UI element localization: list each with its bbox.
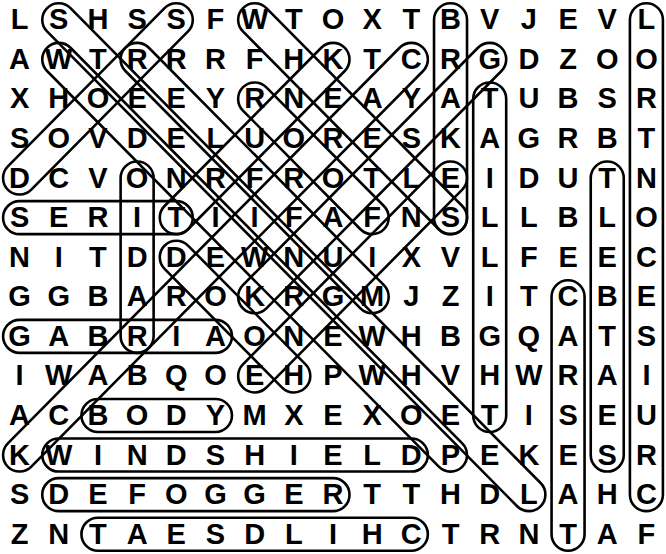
- grid-cell-r6c2[interactable]: E: [39, 198, 78, 238]
- grid-cell-r7c6[interactable]: E: [196, 237, 235, 277]
- grid-cell-r11c16[interactable]: E: [588, 396, 627, 436]
- grid-cell-r14c15[interactable]: T: [548, 514, 587, 554]
- grid-cell-r7c8[interactable]: N: [274, 237, 313, 277]
- grid-cell-r1c14[interactable]: J: [509, 0, 548, 40]
- grid-cell-r11c13[interactable]: T: [470, 396, 509, 436]
- grid-cell-r4c13[interactable]: A: [470, 119, 509, 159]
- grid-cell-r1c11[interactable]: T: [392, 0, 431, 40]
- grid-cell-r5c3[interactable]: V: [78, 158, 117, 198]
- grid-cell-r9c7[interactable]: O: [235, 317, 274, 357]
- grid-cell-r5c16[interactable]: T: [588, 158, 627, 198]
- grid-cell-r2c11[interactable]: C: [392, 40, 431, 80]
- grid-cell-r4c9[interactable]: R: [313, 119, 352, 159]
- grid-cell-r6c7[interactable]: I: [235, 198, 274, 238]
- grid-cell-r4c14[interactable]: G: [509, 119, 548, 159]
- grid-cell-r1c17[interactable]: L: [627, 0, 666, 40]
- grid-cell-r9c1[interactable]: G: [0, 317, 39, 357]
- grid-cell-r9c11[interactable]: H: [392, 317, 431, 357]
- grid-cell-r14c3[interactable]: T: [78, 514, 117, 554]
- grid-cell-r4c15[interactable]: R: [548, 119, 587, 159]
- grid-cell-r6c10[interactable]: F: [353, 198, 392, 238]
- grid-cell-r11c4[interactable]: O: [118, 396, 157, 436]
- grid-cell-r3c17[interactable]: R: [627, 79, 666, 119]
- grid-cell-r4c16[interactable]: B: [588, 119, 627, 159]
- grid-cell-r7c10[interactable]: I: [353, 237, 392, 277]
- grid-cell-r8c15[interactable]: C: [548, 277, 587, 317]
- grid-cell-r13c8[interactable]: E: [274, 475, 313, 515]
- grid-cell-r11c11[interactable]: O: [392, 396, 431, 436]
- grid-cell-r11c15[interactable]: S: [548, 396, 587, 436]
- grid-cell-r6c6[interactable]: I: [196, 198, 235, 238]
- grid-cell-r14c13[interactable]: R: [470, 514, 509, 554]
- grid-cell-r10c14[interactable]: W: [509, 356, 548, 396]
- grid-cell-r4c11[interactable]: S: [392, 119, 431, 159]
- grid-cell-r7c13[interactable]: L: [470, 237, 509, 277]
- grid-cell-r14c12[interactable]: T: [431, 514, 470, 554]
- grid-cell-r5c7[interactable]: F: [235, 158, 274, 198]
- grid-cell-r3c7[interactable]: R: [235, 79, 274, 119]
- grid-cell-r11c10[interactable]: X: [353, 396, 392, 436]
- grid-cell-r10c3[interactable]: A: [78, 356, 117, 396]
- grid-cell-r5c9[interactable]: O: [313, 158, 352, 198]
- grid-cell-r3c11[interactable]: Y: [392, 79, 431, 119]
- grid-cell-r5c8[interactable]: R: [274, 158, 313, 198]
- grid-cell-r12c5[interactable]: D: [157, 435, 196, 475]
- grid-cell-r13c11[interactable]: T: [392, 475, 431, 515]
- grid-cell-r1c12[interactable]: B: [431, 0, 470, 40]
- grid-cell-r14c14[interactable]: N: [509, 514, 548, 554]
- grid-cell-r7c3[interactable]: T: [78, 237, 117, 277]
- grid-cell-r10c13[interactable]: H: [470, 356, 509, 396]
- grid-cell-r5c15[interactable]: U: [548, 158, 587, 198]
- grid-cell-r5c4[interactable]: O: [118, 158, 157, 198]
- grid-cell-r10c6[interactable]: O: [196, 356, 235, 396]
- grid-cell-r12c11[interactable]: D: [392, 435, 431, 475]
- grid-cell-r1c2[interactable]: S: [39, 0, 78, 40]
- grid-cell-r1c15[interactable]: E: [548, 0, 587, 40]
- grid-cell-r13c3[interactable]: E: [78, 475, 117, 515]
- grid-cell-r10c2[interactable]: W: [39, 356, 78, 396]
- grid-cell-r14c7[interactable]: D: [235, 514, 274, 554]
- grid-cell-r13c5[interactable]: O: [157, 475, 196, 515]
- grid-cell-r5c11[interactable]: L: [392, 158, 431, 198]
- grid-cell-r8c13[interactable]: I: [470, 277, 509, 317]
- grid-cell-r13c16[interactable]: H: [588, 475, 627, 515]
- grid-cell-r2c15[interactable]: Z: [548, 40, 587, 80]
- grid-cell-r2c17[interactable]: O: [627, 40, 666, 80]
- grid-cell-r5c14[interactable]: D: [509, 158, 548, 198]
- grid-cell-r11c12[interactable]: E: [431, 396, 470, 436]
- grid-cell-r10c1[interactable]: I: [0, 356, 39, 396]
- grid-cell-r3c1[interactable]: X: [0, 79, 39, 119]
- grid-cell-r6c4[interactable]: I: [118, 198, 157, 238]
- grid-cell-r5c12[interactable]: E: [431, 158, 470, 198]
- grid-cell-r10c12[interactable]: V: [431, 356, 470, 396]
- grid-cell-r2c6[interactable]: R: [196, 40, 235, 80]
- grid-cell-r13c17[interactable]: C: [627, 475, 666, 515]
- grid-cell-r9c3[interactable]: B: [78, 317, 117, 357]
- grid-cell-r4c2[interactable]: O: [39, 119, 78, 159]
- grid-cell-r3c2[interactable]: H: [39, 79, 78, 119]
- grid-cell-r11c3[interactable]: B: [78, 396, 117, 436]
- grid-cell-r7c17[interactable]: C: [627, 237, 666, 277]
- grid-cell-r7c2[interactable]: I: [39, 237, 78, 277]
- grid-cell-r11c5[interactable]: D: [157, 396, 196, 436]
- grid-cell-r5c13[interactable]: I: [470, 158, 509, 198]
- grid-cell-r5c1[interactable]: D: [0, 158, 39, 198]
- grid-cell-r8c2[interactable]: G: [39, 277, 78, 317]
- grid-cell-r14c8[interactable]: L: [274, 514, 313, 554]
- grid-cell-r4c1[interactable]: S: [0, 119, 39, 159]
- grid-cell-r14c1[interactable]: Z: [0, 514, 39, 554]
- grid-cell-r14c2[interactable]: N: [39, 514, 78, 554]
- grid-cell-r12c6[interactable]: S: [196, 435, 235, 475]
- grid-cell-r6c9[interactable]: A: [313, 198, 352, 238]
- grid-cell-r14c17[interactable]: F: [627, 514, 666, 554]
- grid-cell-r6c17[interactable]: O: [627, 198, 666, 238]
- grid-cell-r3c3[interactable]: O: [78, 79, 117, 119]
- grid-cell-r2c8[interactable]: H: [274, 40, 313, 80]
- grid-cell-r6c13[interactable]: L: [470, 198, 509, 238]
- grid-cell-r3c9[interactable]: E: [313, 79, 352, 119]
- grid-cell-r4c8[interactable]: O: [274, 119, 313, 159]
- grid-cell-r7c4[interactable]: D: [118, 237, 157, 277]
- grid-cell-r7c15[interactable]: E: [548, 237, 587, 277]
- grid-cell-r13c6[interactable]: G: [196, 475, 235, 515]
- grid-cell-r9c17[interactable]: S: [627, 317, 666, 357]
- grid-cell-r12c15[interactable]: E: [548, 435, 587, 475]
- grid-cell-r4c7[interactable]: U: [235, 119, 274, 159]
- grid-cell-r5c6[interactable]: R: [196, 158, 235, 198]
- grid-cell-r7c9[interactable]: U: [313, 237, 352, 277]
- grid-cell-r7c12[interactable]: V: [431, 237, 470, 277]
- grid-cell-r9c9[interactable]: E: [313, 317, 352, 357]
- grid-cell-r8c5[interactable]: R: [157, 277, 196, 317]
- grid-cell-r1c10[interactable]: X: [353, 0, 392, 40]
- grid-cell-r9c5[interactable]: I: [157, 317, 196, 357]
- grid-cell-r11c2[interactable]: C: [39, 396, 78, 436]
- word-search-board: LSHSSFWTOXTBVJEVLAWTRRRFHKTCRGDZOOXHOEEY…: [0, 0, 666, 554]
- grid-cell-r4c3[interactable]: V: [78, 119, 117, 159]
- grid-cell-r6c15[interactable]: B: [548, 198, 587, 238]
- grid-cell-r13c12[interactable]: H: [431, 475, 470, 515]
- grid-cell-r12c9[interactable]: E: [313, 435, 352, 475]
- grid-cell-r13c1[interactable]: S: [0, 475, 39, 515]
- grid-cell-r12c16[interactable]: S: [588, 435, 627, 475]
- grid-cell-r2c14[interactable]: D: [509, 40, 548, 80]
- grid-cell-r4c6[interactable]: L: [196, 119, 235, 159]
- grid-cell-r3c13[interactable]: T: [470, 79, 509, 119]
- grid-cell-r10c4[interactable]: B: [118, 356, 157, 396]
- grid-cell-r7c5[interactable]: D: [157, 237, 196, 277]
- grid-cell-r5c17[interactable]: N: [627, 158, 666, 198]
- grid-cell-r3c15[interactable]: B: [548, 79, 587, 119]
- grid-cell-r1c9[interactable]: O: [313, 0, 352, 40]
- grid-cell-r10c7[interactable]: E: [235, 356, 274, 396]
- grid-cell-r2c1[interactable]: A: [0, 40, 39, 80]
- grid-cell-r1c16[interactable]: V: [588, 0, 627, 40]
- grid-cell-r14c10[interactable]: H: [353, 514, 392, 554]
- grid-cell-r12c2[interactable]: W: [39, 435, 78, 475]
- grid-cell-r3c8[interactable]: N: [274, 79, 313, 119]
- grid-cell-r8c1[interactable]: G: [0, 277, 39, 317]
- grid-cell-r9c2[interactable]: A: [39, 317, 78, 357]
- grid-cell-r10c8[interactable]: H: [274, 356, 313, 396]
- grid-cell-r6c5[interactable]: T: [157, 198, 196, 238]
- grid-cell-r8c16[interactable]: B: [588, 277, 627, 317]
- grid-cell-r1c7[interactable]: W: [235, 0, 274, 40]
- grid-cell-r8c8[interactable]: R: [274, 277, 313, 317]
- grid-cell-r4c12[interactable]: K: [431, 119, 470, 159]
- grid-cell-r13c7[interactable]: G: [235, 475, 274, 515]
- grid-cell-r12c12[interactable]: P: [431, 435, 470, 475]
- grid-cell-r2c9[interactable]: K: [313, 40, 352, 80]
- grid-cell-r11c7[interactable]: M: [235, 396, 274, 436]
- grid-cell-r8c17[interactable]: E: [627, 277, 666, 317]
- grid-cell-r6c11[interactable]: N: [392, 198, 431, 238]
- grid-cell-r11c9[interactable]: E: [313, 396, 352, 436]
- grid-cell-r4c4[interactable]: D: [118, 119, 157, 159]
- grid-cell-r1c6[interactable]: F: [196, 0, 235, 40]
- grid-cell-r9c15[interactable]: A: [548, 317, 587, 357]
- grid-cell-r11c8[interactable]: X: [274, 396, 313, 436]
- grid-cell-r4c10[interactable]: E: [353, 119, 392, 159]
- grid-cell-r10c16[interactable]: A: [588, 356, 627, 396]
- grid-cell-r6c14[interactable]: L: [509, 198, 548, 238]
- grid-cell-r1c8[interactable]: T: [274, 0, 313, 40]
- word-search-puzzle: LSHSSFWTOXTBVJEVLAWTRRRFHKTCRGDZOOXHOEEY…: [0, 0, 666, 554]
- grid-cell-r13c10[interactable]: T: [353, 475, 392, 515]
- grid-cell-r14c6[interactable]: S: [196, 514, 235, 554]
- grid-cell-r1c3[interactable]: H: [78, 0, 117, 40]
- grid-cell-r11c6[interactable]: Y: [196, 396, 235, 436]
- grid-cell-r2c10[interactable]: T: [353, 40, 392, 80]
- grid-cell-r14c5[interactable]: E: [157, 514, 196, 554]
- grid-cell-r2c4[interactable]: R: [118, 40, 157, 80]
- grid-cell-r14c4[interactable]: A: [118, 514, 157, 554]
- grid-cell-r12c1[interactable]: K: [0, 435, 39, 475]
- grid-cell-r9c14[interactable]: Q: [509, 317, 548, 357]
- grid-cell-r13c13[interactable]: D: [470, 475, 509, 515]
- grid-cell-r2c5[interactable]: R: [157, 40, 196, 80]
- grid-cell-r10c17[interactable]: I: [627, 356, 666, 396]
- grid-cell-r9c10[interactable]: W: [353, 317, 392, 357]
- grid-cell-r6c12[interactable]: S: [431, 198, 470, 238]
- grid-cell-r8c14[interactable]: T: [509, 277, 548, 317]
- grid-cell-r12c13[interactable]: E: [470, 435, 509, 475]
- grid-cell-r3c5[interactable]: E: [157, 79, 196, 119]
- grid-cell-r8c3[interactable]: B: [78, 277, 117, 317]
- grid-cell-r1c5[interactable]: S: [157, 0, 196, 40]
- grid-cell-r10c11[interactable]: H: [392, 356, 431, 396]
- grid-cell-r9c4[interactable]: R: [118, 317, 157, 357]
- grid-cell-r8c12[interactable]: Z: [431, 277, 470, 317]
- grid-cell-r14c16[interactable]: A: [588, 514, 627, 554]
- grid-cell-r3c12[interactable]: A: [431, 79, 470, 119]
- grid-cell-r9c13[interactable]: G: [470, 317, 509, 357]
- grid-cell-r6c1[interactable]: S: [0, 198, 39, 238]
- grid-cell-r11c14[interactable]: I: [509, 396, 548, 436]
- grid-cell-r10c5[interactable]: Q: [157, 356, 196, 396]
- grid-cell-r9c16[interactable]: T: [588, 317, 627, 357]
- grid-cell-r6c8[interactable]: F: [274, 198, 313, 238]
- grid-cell-r5c2[interactable]: C: [39, 158, 78, 198]
- grid-cell-r12c10[interactable]: L: [353, 435, 392, 475]
- grid-cell-r5c5[interactable]: N: [157, 158, 196, 198]
- grid-cell-r7c16[interactable]: E: [588, 237, 627, 277]
- grid-cell-r10c15[interactable]: R: [548, 356, 587, 396]
- grid-cell-r11c17[interactable]: U: [627, 396, 666, 436]
- grid-cell-r9c8[interactable]: N: [274, 317, 313, 357]
- grid-cell-r3c4[interactable]: E: [118, 79, 157, 119]
- grid-cell-r2c13[interactable]: G: [470, 40, 509, 80]
- grid-cell-r2c12[interactable]: R: [431, 40, 470, 80]
- grid-cell-r8c11[interactable]: J: [392, 277, 431, 317]
- grid-cell-r3c10[interactable]: A: [353, 79, 392, 119]
- grid-cell-r14c11[interactable]: C: [392, 514, 431, 554]
- grid-cell-r12c7[interactable]: H: [235, 435, 274, 475]
- grid-cell-r9c6[interactable]: A: [196, 317, 235, 357]
- grid-cell-r2c7[interactable]: F: [235, 40, 274, 80]
- grid-cell-r4c17[interactable]: T: [627, 119, 666, 159]
- grid-cell-r12c17[interactable]: R: [627, 435, 666, 475]
- grid-cell-r13c2[interactable]: D: [39, 475, 78, 515]
- grid-cell-r3c14[interactable]: U: [509, 79, 548, 119]
- grid-cell-r2c2[interactable]: W: [39, 40, 78, 80]
- grid-cell-r12c3[interactable]: I: [78, 435, 117, 475]
- grid-cell-r3c16[interactable]: S: [588, 79, 627, 119]
- grid-cell-r8c4[interactable]: A: [118, 277, 157, 317]
- grid-cell-r13c9[interactable]: R: [313, 475, 352, 515]
- grid-cell-r7c11[interactable]: X: [392, 237, 431, 277]
- grid-cell-r12c4[interactable]: N: [118, 435, 157, 475]
- grid-cell-r1c1[interactable]: L: [0, 0, 39, 40]
- grid-cell-r9c12[interactable]: B: [431, 317, 470, 357]
- grid-cell-r11c1[interactable]: A: [0, 396, 39, 436]
- grid-cell-r8c6[interactable]: O: [196, 277, 235, 317]
- grid-cell-r1c13[interactable]: V: [470, 0, 509, 40]
- grid-cell-r12c14[interactable]: K: [509, 435, 548, 475]
- grid-cell-r8c9[interactable]: G: [313, 277, 352, 317]
- grid-cell-r2c3[interactable]: T: [78, 40, 117, 80]
- grid-cell-r10c9[interactable]: P: [313, 356, 352, 396]
- grid-cell-r13c14[interactable]: L: [509, 475, 548, 515]
- grid-cell-r5c10[interactable]: T: [353, 158, 392, 198]
- grid-cell-r2c16[interactable]: O: [588, 40, 627, 80]
- grid-cell-r4c5[interactable]: E: [157, 119, 196, 159]
- grid-cell-r3c6[interactable]: Y: [196, 79, 235, 119]
- grid-cell-r7c14[interactable]: F: [509, 237, 548, 277]
- grid-cell-r10c10[interactable]: W: [353, 356, 392, 396]
- grid-cell-r8c7[interactable]: K: [235, 277, 274, 317]
- grid-cell-r14c9[interactable]: I: [313, 514, 352, 554]
- grid-cell-r13c15[interactable]: A: [548, 475, 587, 515]
- grid-cell-r1c4[interactable]: S: [118, 0, 157, 40]
- grid-cell-r6c16[interactable]: L: [588, 198, 627, 238]
- grid-cell-r13c4[interactable]: F: [118, 475, 157, 515]
- grid-cell-r7c1[interactable]: N: [0, 237, 39, 277]
- grid-cell-r12c8[interactable]: I: [274, 435, 313, 475]
- grid-cell-r6c3[interactable]: R: [78, 198, 117, 238]
- grid-cell-r7c7[interactable]: W: [235, 237, 274, 277]
- grid-cell-r8c10[interactable]: M: [353, 277, 392, 317]
